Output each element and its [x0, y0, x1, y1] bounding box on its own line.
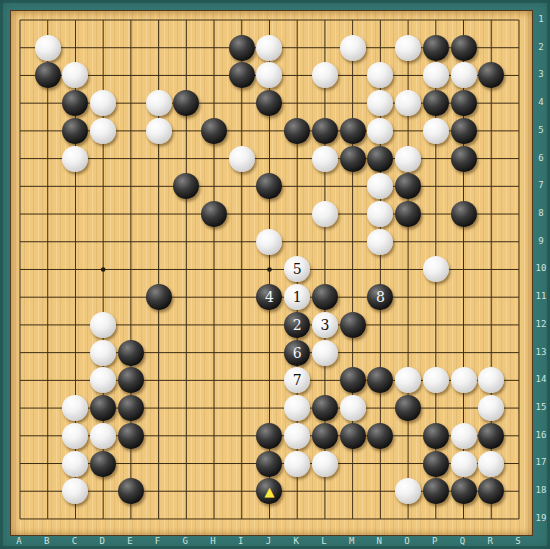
- board-cell-H4[interactable]: [200, 89, 228, 117]
- board-cell-B1[interactable]: [34, 6, 62, 34]
- board-cell-R5[interactable]: [477, 117, 505, 145]
- board-cell-B13[interactable]: [34, 339, 62, 367]
- board-cell-O17[interactable]: [394, 450, 422, 478]
- board-cell-C12[interactable]: [62, 311, 90, 339]
- board-cell-L8[interactable]: [311, 200, 339, 228]
- board-cell-Q1[interactable]: [450, 6, 478, 34]
- board-cell-P15[interactable]: [422, 394, 450, 422]
- board-cell-O10[interactable]: [394, 256, 422, 284]
- board-cell-M6[interactable]: [339, 145, 367, 173]
- board-cell-D12[interactable]: [89, 311, 117, 339]
- board-cell-R7[interactable]: [477, 172, 505, 200]
- board-cell-G16[interactable]: [172, 422, 200, 450]
- board-cell-L18[interactable]: [311, 477, 339, 505]
- board-cell-L6[interactable]: [311, 145, 339, 173]
- board-cell-E3[interactable]: [117, 62, 145, 90]
- board-cell-L4[interactable]: [311, 89, 339, 117]
- board-cell-A12[interactable]: [6, 311, 34, 339]
- board-cell-O8[interactable]: [394, 200, 422, 228]
- board-cell-N12[interactable]: [366, 311, 394, 339]
- board-cell-K13[interactable]: 6: [283, 339, 311, 367]
- board-cell-F2[interactable]: [145, 34, 173, 62]
- board-cell-D3[interactable]: [89, 62, 117, 90]
- board-cell-K14[interactable]: 7: [283, 366, 311, 394]
- board-cell-O3[interactable]: [394, 62, 422, 90]
- board-cell-I9[interactable]: [228, 228, 256, 256]
- board-cell-S16[interactable]: [505, 422, 533, 450]
- board-cell-R1[interactable]: [477, 6, 505, 34]
- board-cell-G9[interactable]: [172, 228, 200, 256]
- board-cell-P14[interactable]: [422, 366, 450, 394]
- board-cell-R8[interactable]: [477, 200, 505, 228]
- board-cell-F19[interactable]: [145, 505, 173, 533]
- board-cell-N5[interactable]: [366, 117, 394, 145]
- board-cell-H13[interactable]: [200, 339, 228, 367]
- board-cell-F5[interactable]: [145, 117, 173, 145]
- board-cell-K19[interactable]: [283, 505, 311, 533]
- board-cell-S5[interactable]: [505, 117, 533, 145]
- board-cell-O16[interactable]: [394, 422, 422, 450]
- board-cell-R4[interactable]: [477, 89, 505, 117]
- board-cell-G14[interactable]: [172, 366, 200, 394]
- board-cell-P13[interactable]: [422, 339, 450, 367]
- board-cell-L12[interactable]: 3: [311, 311, 339, 339]
- board-cell-P3[interactable]: [422, 62, 450, 90]
- board-cell-G5[interactable]: [172, 117, 200, 145]
- board-cell-P2[interactable]: [422, 34, 450, 62]
- board-cell-M17[interactable]: [339, 450, 367, 478]
- board-cell-B17[interactable]: [34, 450, 62, 478]
- board-cell-O4[interactable]: [394, 89, 422, 117]
- board-cell-J6[interactable]: [256, 145, 284, 173]
- board-cell-B14[interactable]: [34, 366, 62, 394]
- board-cell-L3[interactable]: [311, 62, 339, 90]
- board-cell-F9[interactable]: [145, 228, 173, 256]
- board-cell-E2[interactable]: [117, 34, 145, 62]
- board-cell-E16[interactable]: [117, 422, 145, 450]
- board-cell-I4[interactable]: [228, 89, 256, 117]
- board-cell-S14[interactable]: [505, 366, 533, 394]
- board-cell-G15[interactable]: [172, 394, 200, 422]
- board-cell-H12[interactable]: [200, 311, 228, 339]
- board-cell-M14[interactable]: [339, 366, 367, 394]
- board-cell-Q17[interactable]: [450, 450, 478, 478]
- board-cell-B8[interactable]: [34, 200, 62, 228]
- board-cell-F12[interactable]: [145, 311, 173, 339]
- board-cell-O5[interactable]: [394, 117, 422, 145]
- board-cell-A14[interactable]: [6, 366, 34, 394]
- board-cell-R16[interactable]: [477, 422, 505, 450]
- board-cell-B16[interactable]: [34, 422, 62, 450]
- board-cell-F10[interactable]: [145, 256, 173, 284]
- board-cell-G18[interactable]: [172, 477, 200, 505]
- board-cell-J11[interactable]: 4: [256, 283, 284, 311]
- board-cell-A9[interactable]: [6, 228, 34, 256]
- board-cell-B5[interactable]: [34, 117, 62, 145]
- board-cell-Q10[interactable]: [450, 256, 478, 284]
- board-cell-G8[interactable]: [172, 200, 200, 228]
- board-cell-B7[interactable]: [34, 172, 62, 200]
- board-cell-Q8[interactable]: [450, 200, 478, 228]
- board-cell-E6[interactable]: [117, 145, 145, 173]
- board-cell-J1[interactable]: [256, 6, 284, 34]
- board-cell-C19[interactable]: [62, 505, 90, 533]
- board-cell-S13[interactable]: [505, 339, 533, 367]
- board-cell-S15[interactable]: [505, 394, 533, 422]
- board-cell-E5[interactable]: [117, 117, 145, 145]
- board-cell-R14[interactable]: [477, 366, 505, 394]
- board-cell-M11[interactable]: [339, 283, 367, 311]
- board-cell-I16[interactable]: [228, 422, 256, 450]
- board-cell-D16[interactable]: [89, 422, 117, 450]
- board-cell-C15[interactable]: [62, 394, 90, 422]
- board-cell-I8[interactable]: [228, 200, 256, 228]
- board-cell-R19[interactable]: [477, 505, 505, 533]
- board-cell-R17[interactable]: [477, 450, 505, 478]
- board-cell-F4[interactable]: [145, 89, 173, 117]
- board-cell-C3[interactable]: [62, 62, 90, 90]
- board-cell-J17[interactable]: [256, 450, 284, 478]
- board-cell-A1[interactable]: [6, 6, 34, 34]
- board-cell-M9[interactable]: [339, 228, 367, 256]
- board-cell-P17[interactable]: [422, 450, 450, 478]
- board-cell-N3[interactable]: [366, 62, 394, 90]
- board-cell-O13[interactable]: [394, 339, 422, 367]
- board-cell-H15[interactable]: [200, 394, 228, 422]
- board-cell-F1[interactable]: [145, 6, 173, 34]
- board-cell-N17[interactable]: [366, 450, 394, 478]
- board-cell-L16[interactable]: [311, 422, 339, 450]
- board-cell-M12[interactable]: [339, 311, 367, 339]
- board-cell-F14[interactable]: [145, 366, 173, 394]
- board-cell-D5[interactable]: [89, 117, 117, 145]
- board-cell-E14[interactable]: [117, 366, 145, 394]
- board-cell-L19[interactable]: [311, 505, 339, 533]
- board-cell-N7[interactable]: [366, 172, 394, 200]
- board-cell-I12[interactable]: [228, 311, 256, 339]
- board-cell-L11[interactable]: [311, 283, 339, 311]
- board-cell-S1[interactable]: [505, 6, 533, 34]
- board-cell-C13[interactable]: [62, 339, 90, 367]
- board-cell-M3[interactable]: [339, 62, 367, 90]
- board-cell-D19[interactable]: [89, 505, 117, 533]
- board-cell-C7[interactable]: [62, 172, 90, 200]
- board-cell-L9[interactable]: [311, 228, 339, 256]
- board-cell-O9[interactable]: [394, 228, 422, 256]
- board-cell-J5[interactable]: [256, 117, 284, 145]
- go-board[interactable]: 54182367▲: [10, 10, 533, 536]
- board-cell-B4[interactable]: [34, 89, 62, 117]
- board-cell-C5[interactable]: [62, 117, 90, 145]
- board-cell-P9[interactable]: [422, 228, 450, 256]
- board-cell-I19[interactable]: [228, 505, 256, 533]
- board-cell-R6[interactable]: [477, 145, 505, 173]
- board-cell-M2[interactable]: [339, 34, 367, 62]
- board-cell-N2[interactable]: [366, 34, 394, 62]
- board-cell-G3[interactable]: [172, 62, 200, 90]
- board-cell-P16[interactable]: [422, 422, 450, 450]
- board-cell-H10[interactable]: [200, 256, 228, 284]
- board-cell-S8[interactable]: [505, 200, 533, 228]
- board-cell-P7[interactable]: [422, 172, 450, 200]
- board-cell-P10[interactable]: [422, 256, 450, 284]
- board-cell-J16[interactable]: [256, 422, 284, 450]
- board-cell-L15[interactable]: [311, 394, 339, 422]
- board-cell-R11[interactable]: [477, 283, 505, 311]
- board-cell-S10[interactable]: [505, 256, 533, 284]
- board-cell-B11[interactable]: [34, 283, 62, 311]
- board-cell-I14[interactable]: [228, 366, 256, 394]
- board-cell-G11[interactable]: [172, 283, 200, 311]
- board-cell-C18[interactable]: [62, 477, 90, 505]
- board-cell-N14[interactable]: [366, 366, 394, 394]
- board-cell-D7[interactable]: [89, 172, 117, 200]
- board-cell-G2[interactable]: [172, 34, 200, 62]
- board-cell-A17[interactable]: [6, 450, 34, 478]
- board-cell-L13[interactable]: [311, 339, 339, 367]
- board-cell-H18[interactable]: [200, 477, 228, 505]
- board-cell-S12[interactable]: [505, 311, 533, 339]
- board-cell-H5[interactable]: [200, 117, 228, 145]
- board-cell-P6[interactable]: [422, 145, 450, 173]
- board-cell-E13[interactable]: [117, 339, 145, 367]
- board-cell-H3[interactable]: [200, 62, 228, 90]
- board-cell-D2[interactable]: [89, 34, 117, 62]
- board-cell-M7[interactable]: [339, 172, 367, 200]
- board-cell-A5[interactable]: [6, 117, 34, 145]
- board-cell-B6[interactable]: [34, 145, 62, 173]
- board-cell-N11[interactable]: 8: [366, 283, 394, 311]
- board-cell-J3[interactable]: [256, 62, 284, 90]
- board-cell-K18[interactable]: [283, 477, 311, 505]
- board-cell-G7[interactable]: [172, 172, 200, 200]
- board-cell-D17[interactable]: [89, 450, 117, 478]
- board-cell-M1[interactable]: [339, 6, 367, 34]
- board-cell-K16[interactable]: [283, 422, 311, 450]
- board-cell-P4[interactable]: [422, 89, 450, 117]
- board-cell-D8[interactable]: [89, 200, 117, 228]
- board-cell-R15[interactable]: [477, 394, 505, 422]
- board-cell-B18[interactable]: [34, 477, 62, 505]
- board-cell-J10[interactable]: [256, 256, 284, 284]
- board-cell-K11[interactable]: 1: [283, 283, 311, 311]
- board-cell-O2[interactable]: [394, 34, 422, 62]
- board-cell-K12[interactable]: 2: [283, 311, 311, 339]
- board-cell-M18[interactable]: [339, 477, 367, 505]
- board-cell-A2[interactable]: [6, 34, 34, 62]
- board-cell-S11[interactable]: [505, 283, 533, 311]
- board-cell-M4[interactable]: [339, 89, 367, 117]
- board-cell-I6[interactable]: [228, 145, 256, 173]
- board-cell-A19[interactable]: [6, 505, 34, 533]
- board-cell-B9[interactable]: [34, 228, 62, 256]
- board-cell-R13[interactable]: [477, 339, 505, 367]
- board-cell-P11[interactable]: [422, 283, 450, 311]
- board-cell-F11[interactable]: [145, 283, 173, 311]
- board-cell-G10[interactable]: [172, 256, 200, 284]
- board-cell-F17[interactable]: [145, 450, 173, 478]
- board-cell-C11[interactable]: [62, 283, 90, 311]
- board-cell-I2[interactable]: [228, 34, 256, 62]
- board-cell-P5[interactable]: [422, 117, 450, 145]
- board-cell-I15[interactable]: [228, 394, 256, 422]
- board-cell-J15[interactable]: [256, 394, 284, 422]
- board-cell-E10[interactable]: [117, 256, 145, 284]
- board-cell-H7[interactable]: [200, 172, 228, 200]
- board-cell-P1[interactable]: [422, 6, 450, 34]
- board-cell-J7[interactable]: [256, 172, 284, 200]
- board-cell-B2[interactable]: [34, 34, 62, 62]
- board-cell-H2[interactable]: [200, 34, 228, 62]
- board-cell-Q5[interactable]: [450, 117, 478, 145]
- board-cell-C16[interactable]: [62, 422, 90, 450]
- board-cell-N15[interactable]: [366, 394, 394, 422]
- board-cell-K17[interactable]: [283, 450, 311, 478]
- board-cell-H17[interactable]: [200, 450, 228, 478]
- board-cell-H8[interactable]: [200, 200, 228, 228]
- board-cell-H19[interactable]: [200, 505, 228, 533]
- board-cell-C17[interactable]: [62, 450, 90, 478]
- board-cell-E19[interactable]: [117, 505, 145, 533]
- board-cell-Q6[interactable]: [450, 145, 478, 173]
- board-cell-N8[interactable]: [366, 200, 394, 228]
- board-cell-S3[interactable]: [505, 62, 533, 90]
- board-cell-I17[interactable]: [228, 450, 256, 478]
- board-cell-D1[interactable]: [89, 6, 117, 34]
- board-cell-Q2[interactable]: [450, 34, 478, 62]
- board-cell-S6[interactable]: [505, 145, 533, 173]
- board-cell-F6[interactable]: [145, 145, 173, 173]
- board-cell-N19[interactable]: [366, 505, 394, 533]
- board-cell-N6[interactable]: [366, 145, 394, 173]
- board-cell-Q19[interactable]: [450, 505, 478, 533]
- board-cell-Q4[interactable]: [450, 89, 478, 117]
- board-cell-C6[interactable]: [62, 145, 90, 173]
- board-cell-N4[interactable]: [366, 89, 394, 117]
- board-cell-H16[interactable]: [200, 422, 228, 450]
- board-cell-S4[interactable]: [505, 89, 533, 117]
- board-cell-K15[interactable]: [283, 394, 311, 422]
- board-cell-E12[interactable]: [117, 311, 145, 339]
- board-cell-A6[interactable]: [6, 145, 34, 173]
- board-cell-H9[interactable]: [200, 228, 228, 256]
- board-cell-K7[interactable]: [283, 172, 311, 200]
- board-cell-N16[interactable]: [366, 422, 394, 450]
- board-cell-I7[interactable]: [228, 172, 256, 200]
- board-cell-M10[interactable]: [339, 256, 367, 284]
- board-cell-L5[interactable]: [311, 117, 339, 145]
- board-cell-M19[interactable]: [339, 505, 367, 533]
- board-cell-B19[interactable]: [34, 505, 62, 533]
- board-cell-A11[interactable]: [6, 283, 34, 311]
- board-cell-A18[interactable]: [6, 477, 34, 505]
- board-cell-I3[interactable]: [228, 62, 256, 90]
- board-cell-P12[interactable]: [422, 311, 450, 339]
- board-cell-S19[interactable]: [505, 505, 533, 533]
- board-cell-C4[interactable]: [62, 89, 90, 117]
- board-cell-G13[interactable]: [172, 339, 200, 367]
- board-cell-K1[interactable]: [283, 6, 311, 34]
- board-cell-R18[interactable]: [477, 477, 505, 505]
- board-cell-S2[interactable]: [505, 34, 533, 62]
- board-cell-B10[interactable]: [34, 256, 62, 284]
- board-cell-A8[interactable]: [6, 200, 34, 228]
- board-cell-I5[interactable]: [228, 117, 256, 145]
- board-cell-E9[interactable]: [117, 228, 145, 256]
- board-cell-D6[interactable]: [89, 145, 117, 173]
- board-cell-K3[interactable]: [283, 62, 311, 90]
- board-cell-K2[interactable]: [283, 34, 311, 62]
- board-cell-F8[interactable]: [145, 200, 173, 228]
- board-cell-J2[interactable]: [256, 34, 284, 62]
- board-cell-A16[interactable]: [6, 422, 34, 450]
- board-cell-J4[interactable]: [256, 89, 284, 117]
- board-cell-M13[interactable]: [339, 339, 367, 367]
- board-cell-M16[interactable]: [339, 422, 367, 450]
- board-cell-A3[interactable]: [6, 62, 34, 90]
- board-cell-S9[interactable]: [505, 228, 533, 256]
- board-cell-L17[interactable]: [311, 450, 339, 478]
- board-cell-L10[interactable]: [311, 256, 339, 284]
- board-cell-C9[interactable]: [62, 228, 90, 256]
- board-cell-L1[interactable]: [311, 6, 339, 34]
- board-cell-D10[interactable]: [89, 256, 117, 284]
- board-cell-E15[interactable]: [117, 394, 145, 422]
- board-cell-R9[interactable]: [477, 228, 505, 256]
- board-cell-J18[interactable]: ▲: [256, 477, 284, 505]
- board-cell-O15[interactable]: [394, 394, 422, 422]
- board-cell-L7[interactable]: [311, 172, 339, 200]
- board-cell-E18[interactable]: [117, 477, 145, 505]
- board-cell-G19[interactable]: [172, 505, 200, 533]
- board-cell-H1[interactable]: [200, 6, 228, 34]
- board-cell-Q15[interactable]: [450, 394, 478, 422]
- board-cell-N1[interactable]: [366, 6, 394, 34]
- board-cell-O19[interactable]: [394, 505, 422, 533]
- board-cell-I11[interactable]: [228, 283, 256, 311]
- board-cell-G17[interactable]: [172, 450, 200, 478]
- board-cell-L14[interactable]: [311, 366, 339, 394]
- board-cell-H11[interactable]: [200, 283, 228, 311]
- board-cell-C10[interactable]: [62, 256, 90, 284]
- board-cell-P18[interactable]: [422, 477, 450, 505]
- board-cell-F18[interactable]: [145, 477, 173, 505]
- board-cell-G6[interactable]: [172, 145, 200, 173]
- board-cell-K8[interactable]: [283, 200, 311, 228]
- board-cell-Q11[interactable]: [450, 283, 478, 311]
- board-cell-A13[interactable]: [6, 339, 34, 367]
- board-cell-Q12[interactable]: [450, 311, 478, 339]
- board-cell-J19[interactable]: [256, 505, 284, 533]
- board-cell-E1[interactable]: [117, 6, 145, 34]
- board-cell-F7[interactable]: [145, 172, 173, 200]
- board-cell-A7[interactable]: [6, 172, 34, 200]
- board-cell-B3[interactable]: [34, 62, 62, 90]
- board-cell-Q16[interactable]: [450, 422, 478, 450]
- board-cell-E17[interactable]: [117, 450, 145, 478]
- board-cell-F13[interactable]: [145, 339, 173, 367]
- board-cell-M5[interactable]: [339, 117, 367, 145]
- board-cell-R3[interactable]: [477, 62, 505, 90]
- board-cell-R12[interactable]: [477, 311, 505, 339]
- board-cell-C8[interactable]: [62, 200, 90, 228]
- board-cell-J8[interactable]: [256, 200, 284, 228]
- board-cell-N13[interactable]: [366, 339, 394, 367]
- board-cell-J12[interactable]: [256, 311, 284, 339]
- board-cell-G4[interactable]: [172, 89, 200, 117]
- board-cell-M15[interactable]: [339, 394, 367, 422]
- board-cell-F3[interactable]: [145, 62, 173, 90]
